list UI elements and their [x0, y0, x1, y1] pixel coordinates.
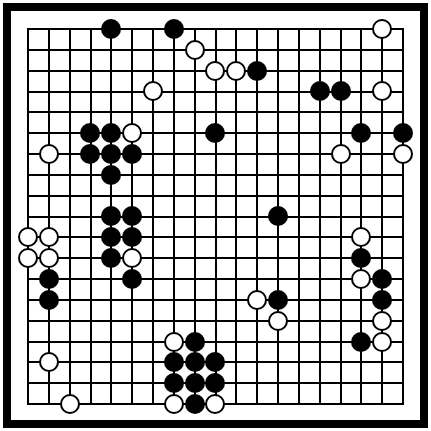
- intersection-g15[interactable]: [143, 310, 164, 331]
- intersection-g14[interactable]: [143, 289, 164, 310]
- intersection-c7[interactable]: [59, 144, 80, 165]
- intersection-b14[interactable]: [38, 289, 59, 310]
- intersection-f4[interactable]: [122, 81, 143, 102]
- intersection-b5[interactable]: [38, 102, 59, 123]
- intersection-j8[interactable]: [205, 164, 226, 185]
- intersection-r13[interactable]: [372, 269, 393, 290]
- intersection-l6[interactable]: [247, 123, 268, 144]
- intersection-s16[interactable]: [393, 331, 414, 352]
- intersection-l17[interactable]: [247, 352, 268, 373]
- intersection-q19[interactable]: [351, 394, 372, 415]
- intersection-n17[interactable]: [288, 352, 309, 373]
- intersection-f18[interactable]: [122, 373, 143, 394]
- intersection-a12[interactable]: [18, 248, 39, 269]
- intersection-o14[interactable]: [309, 289, 330, 310]
- go-board[interactable]: [18, 19, 414, 415]
- intersection-i18[interactable]: [184, 373, 205, 394]
- intersection-k11[interactable]: [226, 227, 247, 248]
- intersection-l5[interactable]: [247, 102, 268, 123]
- intersection-f2[interactable]: [122, 39, 143, 60]
- intersection-g10[interactable]: [143, 206, 164, 227]
- intersection-f5[interactable]: [122, 102, 143, 123]
- intersection-c2[interactable]: [59, 39, 80, 60]
- intersection-q18[interactable]: [351, 373, 372, 394]
- intersection-r4[interactable]: [372, 81, 393, 102]
- intersection-p9[interactable]: [330, 185, 351, 206]
- intersection-g13[interactable]: [143, 269, 164, 290]
- intersection-p19[interactable]: [330, 394, 351, 415]
- intersection-j6[interactable]: [205, 123, 226, 144]
- intersection-a7[interactable]: [18, 144, 39, 165]
- intersection-r2[interactable]: [372, 39, 393, 60]
- intersection-n18[interactable]: [288, 373, 309, 394]
- intersection-i13[interactable]: [184, 269, 205, 290]
- intersection-k17[interactable]: [226, 352, 247, 373]
- intersection-r15[interactable]: [372, 310, 393, 331]
- intersection-k1[interactable]: [226, 19, 247, 40]
- intersection-f14[interactable]: [122, 289, 143, 310]
- intersection-b16[interactable]: [38, 331, 59, 352]
- intersection-o9[interactable]: [309, 185, 330, 206]
- intersection-j4[interactable]: [205, 81, 226, 102]
- intersection-b6[interactable]: [38, 123, 59, 144]
- intersection-g2[interactable]: [143, 39, 164, 60]
- intersection-s13[interactable]: [393, 269, 414, 290]
- intersection-h11[interactable]: [163, 227, 184, 248]
- intersection-d17[interactable]: [80, 352, 101, 373]
- intersection-r8[interactable]: [372, 164, 393, 185]
- intersection-l13[interactable]: [247, 269, 268, 290]
- intersection-d5[interactable]: [80, 102, 101, 123]
- intersection-o3[interactable]: [309, 60, 330, 81]
- intersection-b4[interactable]: [38, 81, 59, 102]
- intersection-i15[interactable]: [184, 310, 205, 331]
- intersection-c5[interactable]: [59, 102, 80, 123]
- intersection-j9[interactable]: [205, 185, 226, 206]
- intersection-k6[interactable]: [226, 123, 247, 144]
- intersection-p15[interactable]: [330, 310, 351, 331]
- intersection-m3[interactable]: [268, 60, 289, 81]
- intersection-n10[interactable]: [288, 206, 309, 227]
- intersection-a5[interactable]: [18, 102, 39, 123]
- intersection-h4[interactable]: [163, 81, 184, 102]
- intersection-i16[interactable]: [184, 331, 205, 352]
- intersection-k4[interactable]: [226, 81, 247, 102]
- intersection-j13[interactable]: [205, 269, 226, 290]
- intersection-l18[interactable]: [247, 373, 268, 394]
- intersection-d18[interactable]: [80, 373, 101, 394]
- intersection-o4[interactable]: [309, 81, 330, 102]
- intersection-n19[interactable]: [288, 394, 309, 415]
- intersection-e1[interactable]: [101, 19, 122, 40]
- intersection-s1[interactable]: [393, 19, 414, 40]
- intersection-n3[interactable]: [288, 60, 309, 81]
- intersection-o12[interactable]: [309, 248, 330, 269]
- intersection-s4[interactable]: [393, 81, 414, 102]
- intersection-b19[interactable]: [38, 394, 59, 415]
- intersection-m18[interactable]: [268, 373, 289, 394]
- intersection-b9[interactable]: [38, 185, 59, 206]
- intersection-l1[interactable]: [247, 19, 268, 40]
- intersection-o16[interactable]: [309, 331, 330, 352]
- intersection-d14[interactable]: [80, 289, 101, 310]
- intersection-l4[interactable]: [247, 81, 268, 102]
- intersection-k5[interactable]: [226, 102, 247, 123]
- intersection-p11[interactable]: [330, 227, 351, 248]
- intersection-h14[interactable]: [163, 289, 184, 310]
- intersection-s2[interactable]: [393, 39, 414, 60]
- intersection-r7[interactable]: [372, 144, 393, 165]
- intersection-g18[interactable]: [143, 373, 164, 394]
- intersection-d12[interactable]: [80, 248, 101, 269]
- intersection-g9[interactable]: [143, 185, 164, 206]
- intersection-c11[interactable]: [59, 227, 80, 248]
- intersection-o19[interactable]: [309, 394, 330, 415]
- intersection-h8[interactable]: [163, 164, 184, 185]
- intersection-m16[interactable]: [268, 331, 289, 352]
- intersection-i9[interactable]: [184, 185, 205, 206]
- intersection-h6[interactable]: [163, 123, 184, 144]
- intersection-f8[interactable]: [122, 164, 143, 185]
- intersection-k14[interactable]: [226, 289, 247, 310]
- intersection-d9[interactable]: [80, 185, 101, 206]
- intersection-r10[interactable]: [372, 206, 393, 227]
- intersection-m11[interactable]: [268, 227, 289, 248]
- intersection-h18[interactable]: [163, 373, 184, 394]
- intersection-k2[interactable]: [226, 39, 247, 60]
- intersection-c19[interactable]: [59, 394, 80, 415]
- intersection-n12[interactable]: [288, 248, 309, 269]
- intersection-b3[interactable]: [38, 60, 59, 81]
- intersection-i6[interactable]: [184, 123, 205, 144]
- intersection-j16[interactable]: [205, 331, 226, 352]
- intersection-r3[interactable]: [372, 60, 393, 81]
- intersection-n7[interactable]: [288, 144, 309, 165]
- intersection-e13[interactable]: [101, 269, 122, 290]
- intersection-q13[interactable]: [351, 269, 372, 290]
- intersection-a2[interactable]: [18, 39, 39, 60]
- intersection-g6[interactable]: [143, 123, 164, 144]
- intersection-f16[interactable]: [122, 331, 143, 352]
- intersection-j5[interactable]: [205, 102, 226, 123]
- intersection-o13[interactable]: [309, 269, 330, 290]
- intersection-o5[interactable]: [309, 102, 330, 123]
- intersection-q11[interactable]: [351, 227, 372, 248]
- intersection-h3[interactable]: [163, 60, 184, 81]
- intersection-l14[interactable]: [247, 289, 268, 310]
- intersection-f19[interactable]: [122, 394, 143, 415]
- intersection-i17[interactable]: [184, 352, 205, 373]
- intersection-h1[interactable]: [163, 19, 184, 40]
- intersection-o2[interactable]: [309, 39, 330, 60]
- intersection-c4[interactable]: [59, 81, 80, 102]
- intersection-f3[interactable]: [122, 60, 143, 81]
- intersection-r1[interactable]: [372, 19, 393, 40]
- intersection-q12[interactable]: [351, 248, 372, 269]
- intersection-c1[interactable]: [59, 19, 80, 40]
- intersection-a19[interactable]: [18, 394, 39, 415]
- intersection-c8[interactable]: [59, 164, 80, 185]
- intersection-i4[interactable]: [184, 81, 205, 102]
- intersection-f9[interactable]: [122, 185, 143, 206]
- intersection-d4[interactable]: [80, 81, 101, 102]
- intersection-l16[interactable]: [247, 331, 268, 352]
- intersection-l7[interactable]: [247, 144, 268, 165]
- intersection-s7[interactable]: [393, 144, 414, 165]
- intersection-p4[interactable]: [330, 81, 351, 102]
- intersection-q2[interactable]: [351, 39, 372, 60]
- intersection-a6[interactable]: [18, 123, 39, 144]
- intersection-e7[interactable]: [101, 144, 122, 165]
- intersection-g11[interactable]: [143, 227, 164, 248]
- intersection-i14[interactable]: [184, 289, 205, 310]
- intersection-e14[interactable]: [101, 289, 122, 310]
- intersection-k8[interactable]: [226, 164, 247, 185]
- intersection-a9[interactable]: [18, 185, 39, 206]
- intersection-g3[interactable]: [143, 60, 164, 81]
- intersection-n5[interactable]: [288, 102, 309, 123]
- intersection-m9[interactable]: [268, 185, 289, 206]
- intersection-a11[interactable]: [18, 227, 39, 248]
- intersection-o6[interactable]: [309, 123, 330, 144]
- intersection-e4[interactable]: [101, 81, 122, 102]
- intersection-n16[interactable]: [288, 331, 309, 352]
- intersection-s5[interactable]: [393, 102, 414, 123]
- intersection-j11[interactable]: [205, 227, 226, 248]
- intersection-d8[interactable]: [80, 164, 101, 185]
- intersection-j2[interactable]: [205, 39, 226, 60]
- intersection-p17[interactable]: [330, 352, 351, 373]
- intersection-a1[interactable]: [18, 19, 39, 40]
- intersection-d15[interactable]: [80, 310, 101, 331]
- intersection-s9[interactable]: [393, 185, 414, 206]
- intersection-q6[interactable]: [351, 123, 372, 144]
- intersection-c3[interactable]: [59, 60, 80, 81]
- intersection-i10[interactable]: [184, 206, 205, 227]
- intersection-s10[interactable]: [393, 206, 414, 227]
- intersection-o17[interactable]: [309, 352, 330, 373]
- intersection-r16[interactable]: [372, 331, 393, 352]
- intersection-f11[interactable]: [122, 227, 143, 248]
- intersection-r19[interactable]: [372, 394, 393, 415]
- intersection-e15[interactable]: [101, 310, 122, 331]
- intersection-n11[interactable]: [288, 227, 309, 248]
- intersection-o11[interactable]: [309, 227, 330, 248]
- intersection-f15[interactable]: [122, 310, 143, 331]
- intersection-h19[interactable]: [163, 394, 184, 415]
- intersection-m5[interactable]: [268, 102, 289, 123]
- intersection-k16[interactable]: [226, 331, 247, 352]
- intersection-s3[interactable]: [393, 60, 414, 81]
- intersection-p3[interactable]: [330, 60, 351, 81]
- intersection-e5[interactable]: [101, 102, 122, 123]
- intersection-l11[interactable]: [247, 227, 268, 248]
- intersection-b8[interactable]: [38, 164, 59, 185]
- intersection-c14[interactable]: [59, 289, 80, 310]
- intersection-h15[interactable]: [163, 310, 184, 331]
- intersection-b1[interactable]: [38, 19, 59, 40]
- intersection-j15[interactable]: [205, 310, 226, 331]
- intersection-s12[interactable]: [393, 248, 414, 269]
- intersection-n1[interactable]: [288, 19, 309, 40]
- intersection-h13[interactable]: [163, 269, 184, 290]
- intersection-n14[interactable]: [288, 289, 309, 310]
- intersection-e11[interactable]: [101, 227, 122, 248]
- intersection-h12[interactable]: [163, 248, 184, 269]
- intersection-f13[interactable]: [122, 269, 143, 290]
- intersection-j17[interactable]: [205, 352, 226, 373]
- intersection-b18[interactable]: [38, 373, 59, 394]
- intersection-l8[interactable]: [247, 164, 268, 185]
- intersection-q17[interactable]: [351, 352, 372, 373]
- intersection-r14[interactable]: [372, 289, 393, 310]
- intersection-q14[interactable]: [351, 289, 372, 310]
- intersection-f1[interactable]: [122, 19, 143, 40]
- intersection-r18[interactable]: [372, 373, 393, 394]
- intersection-j3[interactable]: [205, 60, 226, 81]
- intersection-o10[interactable]: [309, 206, 330, 227]
- intersection-b10[interactable]: [38, 206, 59, 227]
- intersection-r11[interactable]: [372, 227, 393, 248]
- intersection-c18[interactable]: [59, 373, 80, 394]
- intersection-h2[interactable]: [163, 39, 184, 60]
- intersection-l3[interactable]: [247, 60, 268, 81]
- intersection-n2[interactable]: [288, 39, 309, 60]
- intersection-i3[interactable]: [184, 60, 205, 81]
- intersection-g8[interactable]: [143, 164, 164, 185]
- intersection-s14[interactable]: [393, 289, 414, 310]
- intersection-j7[interactable]: [205, 144, 226, 165]
- intersection-e17[interactable]: [101, 352, 122, 373]
- intersection-q10[interactable]: [351, 206, 372, 227]
- intersection-j1[interactable]: [205, 19, 226, 40]
- intersection-g5[interactable]: [143, 102, 164, 123]
- intersection-d7[interactable]: [80, 144, 101, 165]
- intersection-p13[interactable]: [330, 269, 351, 290]
- intersection-k9[interactable]: [226, 185, 247, 206]
- intersection-i19[interactable]: [184, 394, 205, 415]
- intersection-f10[interactable]: [122, 206, 143, 227]
- intersection-p10[interactable]: [330, 206, 351, 227]
- intersection-k10[interactable]: [226, 206, 247, 227]
- intersection-i7[interactable]: [184, 144, 205, 165]
- intersection-n4[interactable]: [288, 81, 309, 102]
- intersection-m2[interactable]: [268, 39, 289, 60]
- intersection-r17[interactable]: [372, 352, 393, 373]
- intersection-i8[interactable]: [184, 164, 205, 185]
- intersection-n6[interactable]: [288, 123, 309, 144]
- intersection-r6[interactable]: [372, 123, 393, 144]
- intersection-q3[interactable]: [351, 60, 372, 81]
- intersection-c16[interactable]: [59, 331, 80, 352]
- intersection-s6[interactable]: [393, 123, 414, 144]
- intersection-a3[interactable]: [18, 60, 39, 81]
- intersection-b13[interactable]: [38, 269, 59, 290]
- intersection-e8[interactable]: [101, 164, 122, 185]
- intersection-p2[interactable]: [330, 39, 351, 60]
- intersection-d13[interactable]: [80, 269, 101, 290]
- intersection-q4[interactable]: [351, 81, 372, 102]
- intersection-l10[interactable]: [247, 206, 268, 227]
- intersection-o15[interactable]: [309, 310, 330, 331]
- intersection-p12[interactable]: [330, 248, 351, 269]
- intersection-b11[interactable]: [38, 227, 59, 248]
- intersection-k12[interactable]: [226, 248, 247, 269]
- intersection-h7[interactable]: [163, 144, 184, 165]
- intersection-l15[interactable]: [247, 310, 268, 331]
- intersection-m1[interactable]: [268, 19, 289, 40]
- intersection-p14[interactable]: [330, 289, 351, 310]
- intersection-q5[interactable]: [351, 102, 372, 123]
- intersection-l12[interactable]: [247, 248, 268, 269]
- intersection-p7[interactable]: [330, 144, 351, 165]
- intersection-m19[interactable]: [268, 394, 289, 415]
- intersection-m15[interactable]: [268, 310, 289, 331]
- intersection-j14[interactable]: [205, 289, 226, 310]
- intersection-l19[interactable]: [247, 394, 268, 415]
- intersection-d11[interactable]: [80, 227, 101, 248]
- intersection-m13[interactable]: [268, 269, 289, 290]
- intersection-f6[interactable]: [122, 123, 143, 144]
- intersection-e12[interactable]: [101, 248, 122, 269]
- intersection-o18[interactable]: [309, 373, 330, 394]
- intersection-j19[interactable]: [205, 394, 226, 415]
- intersection-s11[interactable]: [393, 227, 414, 248]
- intersection-s17[interactable]: [393, 352, 414, 373]
- intersection-d16[interactable]: [80, 331, 101, 352]
- intersection-m8[interactable]: [268, 164, 289, 185]
- intersection-p6[interactable]: [330, 123, 351, 144]
- intersection-m12[interactable]: [268, 248, 289, 269]
- intersection-c6[interactable]: [59, 123, 80, 144]
- intersection-k7[interactable]: [226, 144, 247, 165]
- intersection-s19[interactable]: [393, 394, 414, 415]
- intersection-q8[interactable]: [351, 164, 372, 185]
- intersection-c9[interactable]: [59, 185, 80, 206]
- intersection-k15[interactable]: [226, 310, 247, 331]
- intersection-a4[interactable]: [18, 81, 39, 102]
- intersection-h9[interactable]: [163, 185, 184, 206]
- intersection-c15[interactable]: [59, 310, 80, 331]
- intersection-q16[interactable]: [351, 331, 372, 352]
- intersection-b12[interactable]: [38, 248, 59, 269]
- intersection-m14[interactable]: [268, 289, 289, 310]
- intersection-a18[interactable]: [18, 373, 39, 394]
- intersection-s18[interactable]: [393, 373, 414, 394]
- intersection-f12[interactable]: [122, 248, 143, 269]
- intersection-e2[interactable]: [101, 39, 122, 60]
- intersection-c13[interactable]: [59, 269, 80, 290]
- intersection-q1[interactable]: [351, 19, 372, 40]
- intersection-q7[interactable]: [351, 144, 372, 165]
- intersection-a15[interactable]: [18, 310, 39, 331]
- intersection-b7[interactable]: [38, 144, 59, 165]
- intersection-e10[interactable]: [101, 206, 122, 227]
- intersection-h16[interactable]: [163, 331, 184, 352]
- intersection-o8[interactable]: [309, 164, 330, 185]
- intersection-j12[interactable]: [205, 248, 226, 269]
- intersection-b2[interactable]: [38, 39, 59, 60]
- intersection-r12[interactable]: [372, 248, 393, 269]
- intersection-g17[interactable]: [143, 352, 164, 373]
- intersection-d19[interactable]: [80, 394, 101, 415]
- intersection-g12[interactable]: [143, 248, 164, 269]
- intersection-o7[interactable]: [309, 144, 330, 165]
- intersection-d3[interactable]: [80, 60, 101, 81]
- intersection-h10[interactable]: [163, 206, 184, 227]
- intersection-q15[interactable]: [351, 310, 372, 331]
- intersection-p8[interactable]: [330, 164, 351, 185]
